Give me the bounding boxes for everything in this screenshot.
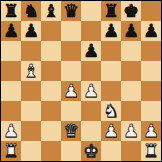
square-g7[interactable]: ♟ bbox=[121, 21, 141, 41]
square-e7[interactable] bbox=[81, 21, 101, 41]
black-pawn[interactable]: ♟ bbox=[123, 21, 139, 41]
square-d4[interactable]: ♟ bbox=[61, 81, 81, 101]
white-rook[interactable]: ♜ bbox=[3, 141, 19, 161]
white-pawn[interactable]: ♟ bbox=[3, 121, 19, 141]
white-bishop[interactable]: ♝ bbox=[23, 61, 39, 81]
square-h3[interactable] bbox=[141, 101, 161, 121]
square-d3[interactable] bbox=[61, 101, 81, 121]
square-f7[interactable]: ♟ bbox=[101, 21, 121, 41]
square-c3[interactable] bbox=[41, 101, 61, 121]
square-g1[interactable] bbox=[121, 141, 141, 161]
black-pawn[interactable]: ♟ bbox=[23, 21, 39, 41]
chess-board: ♜♞♝♛♜♚♟♟♟♟♟♟♝♟♟♞♟♛♟♟♟♜♚♜ bbox=[0, 0, 162, 162]
square-g3[interactable] bbox=[121, 101, 141, 121]
square-c6[interactable] bbox=[41, 41, 61, 61]
square-e2[interactable] bbox=[81, 121, 101, 141]
square-d7[interactable] bbox=[61, 21, 81, 41]
square-g5[interactable] bbox=[121, 61, 141, 81]
square-b4[interactable] bbox=[21, 81, 41, 101]
square-h2[interactable]: ♟ bbox=[141, 121, 161, 141]
white-pawn[interactable]: ♟ bbox=[123, 121, 139, 141]
square-h8[interactable] bbox=[141, 1, 161, 21]
square-g2[interactable]: ♟ bbox=[121, 121, 141, 141]
black-rook[interactable]: ♜ bbox=[3, 1, 19, 21]
square-c1[interactable] bbox=[41, 141, 61, 161]
square-b1[interactable] bbox=[21, 141, 41, 161]
square-e5[interactable] bbox=[81, 61, 101, 81]
square-f5[interactable] bbox=[101, 61, 121, 81]
square-b5[interactable]: ♝ bbox=[21, 61, 41, 81]
square-g4[interactable] bbox=[121, 81, 141, 101]
square-c4[interactable] bbox=[41, 81, 61, 101]
square-a4[interactable] bbox=[1, 81, 21, 101]
square-c7[interactable] bbox=[41, 21, 61, 41]
square-a7[interactable]: ♟ bbox=[1, 21, 21, 41]
white-rook[interactable]: ♜ bbox=[143, 141, 159, 161]
square-c2[interactable] bbox=[41, 121, 61, 141]
square-f6[interactable] bbox=[101, 41, 121, 61]
square-b3[interactable] bbox=[21, 101, 41, 121]
white-knight[interactable]: ♞ bbox=[103, 101, 119, 121]
black-knight[interactable]: ♞ bbox=[23, 1, 39, 21]
square-c8[interactable]: ♝ bbox=[41, 1, 61, 21]
square-e6[interactable]: ♟ bbox=[81, 41, 101, 61]
black-queen[interactable]: ♛ bbox=[63, 1, 79, 21]
square-a8[interactable]: ♜ bbox=[1, 1, 21, 21]
square-f4[interactable] bbox=[101, 81, 121, 101]
square-d1[interactable] bbox=[61, 141, 81, 161]
square-f1[interactable] bbox=[101, 141, 121, 161]
black-pawn[interactable]: ♟ bbox=[3, 21, 19, 41]
square-e8[interactable] bbox=[81, 1, 101, 21]
square-b2[interactable] bbox=[21, 121, 41, 141]
black-king[interactable]: ♚ bbox=[123, 1, 139, 21]
black-pawn[interactable]: ♟ bbox=[103, 21, 119, 41]
white-pawn[interactable]: ♟ bbox=[143, 121, 159, 141]
square-a3[interactable] bbox=[1, 101, 21, 121]
square-a1[interactable]: ♜ bbox=[1, 141, 21, 161]
square-a5[interactable] bbox=[1, 61, 21, 81]
white-queen[interactable]: ♛ bbox=[63, 121, 79, 141]
square-d6[interactable] bbox=[61, 41, 81, 61]
square-e4[interactable]: ♟ bbox=[81, 81, 101, 101]
square-h4[interactable] bbox=[141, 81, 161, 101]
square-d2[interactable]: ♛ bbox=[61, 121, 81, 141]
white-king[interactable]: ♚ bbox=[83, 141, 99, 161]
square-e1[interactable]: ♚ bbox=[81, 141, 101, 161]
white-pawn[interactable]: ♟ bbox=[83, 81, 99, 101]
square-b8[interactable]: ♞ bbox=[21, 1, 41, 21]
black-pawn[interactable]: ♟ bbox=[143, 21, 159, 41]
square-d5[interactable] bbox=[61, 61, 81, 81]
square-h1[interactable]: ♜ bbox=[141, 141, 161, 161]
square-d8[interactable]: ♛ bbox=[61, 1, 81, 21]
square-h5[interactable] bbox=[141, 61, 161, 81]
white-pawn[interactable]: ♟ bbox=[63, 81, 79, 101]
square-h7[interactable]: ♟ bbox=[141, 21, 161, 41]
square-f3[interactable]: ♞ bbox=[101, 101, 121, 121]
black-pawn[interactable]: ♟ bbox=[83, 41, 99, 61]
square-e3[interactable] bbox=[81, 101, 101, 121]
square-f8[interactable]: ♜ bbox=[101, 1, 121, 21]
square-h6[interactable] bbox=[141, 41, 161, 61]
square-a2[interactable]: ♟ bbox=[1, 121, 21, 141]
square-g8[interactable]: ♚ bbox=[121, 1, 141, 21]
black-bishop[interactable]: ♝ bbox=[43, 1, 59, 21]
black-rook[interactable]: ♜ bbox=[103, 1, 119, 21]
square-a6[interactable] bbox=[1, 41, 21, 61]
square-f2[interactable]: ♟ bbox=[101, 121, 121, 141]
white-pawn[interactable]: ♟ bbox=[103, 121, 119, 141]
square-b6[interactable] bbox=[21, 41, 41, 61]
square-b7[interactable]: ♟ bbox=[21, 21, 41, 41]
square-g6[interactable] bbox=[121, 41, 141, 61]
square-c5[interactable] bbox=[41, 61, 61, 81]
